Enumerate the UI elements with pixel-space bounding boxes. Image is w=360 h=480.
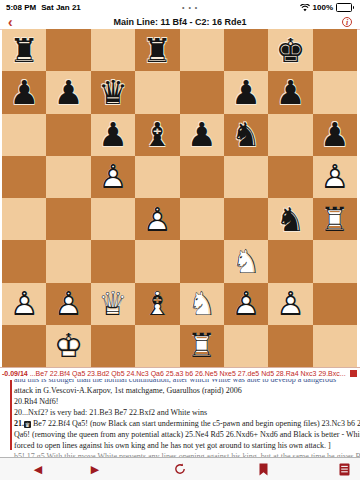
- bottom-toolbar: ◀ ▶: [0, 457, 360, 480]
- square-d8[interactable]: ♜: [135, 29, 179, 71]
- previous-triangle-icon: ◀: [34, 464, 42, 475]
- square-g3[interactable]: [268, 240, 312, 282]
- annotations-button[interactable]: [332, 458, 356, 480]
- annotations-list-icon: [339, 463, 350, 476]
- analysis-line: 20...Nxf2? is very bad: 21.Be3 Be7 22.Bx…: [0, 407, 360, 418]
- square-h2[interactable]: [313, 283, 357, 325]
- square-b2[interactable]: ♟♙: [46, 283, 90, 325]
- square-g4[interactable]: ♞: [268, 198, 312, 240]
- square-c5[interactable]: ♟♙: [91, 156, 135, 198]
- black-pawn: ♟: [98, 118, 128, 151]
- square-g7[interactable]: ♟: [268, 71, 312, 113]
- square-f4[interactable]: [224, 198, 268, 240]
- square-h4[interactable]: ♜♖: [313, 198, 357, 240]
- white-pawn-fill: ♟: [54, 287, 84, 320]
- wifi-icon: [300, 4, 310, 12]
- black-pawn: ♟: [320, 118, 350, 151]
- chess-board: ♜♜♚♟♟♛♟♟♟♝♟♞♟♟♙♟♙♟♙♞♜♖♞♘♟♙♟♙♛♕♝♗♞♘♟♙♟♙♚♔…: [2, 29, 357, 367]
- black-knight: ♞: [276, 203, 306, 236]
- square-g5[interactable]: [268, 156, 312, 198]
- black-rook: ♜: [143, 34, 173, 67]
- square-c7[interactable]: ♛: [91, 71, 135, 113]
- square-d6[interactable]: ♝: [135, 114, 179, 156]
- square-c6[interactable]: ♟: [91, 114, 135, 156]
- multitask-dots-icon: • • •: [182, 4, 198, 11]
- battery-icon: [336, 3, 354, 12]
- square-f6[interactable]: ♞: [224, 114, 268, 156]
- square-e8[interactable]: [180, 29, 224, 71]
- white-pawn-fill: ♟: [320, 160, 350, 193]
- black-king: ♚: [276, 34, 306, 67]
- engine-eval-line[interactable]: -0.09/14 ...Be7 22.Bf4 Qa5 23.Bd2 Qb5 24…: [0, 367, 360, 379]
- square-h1[interactable]: [313, 325, 357, 367]
- square-f7[interactable]: ♟: [224, 71, 268, 113]
- black-queen: ♛: [98, 76, 128, 109]
- analysis-line: 20.Rh4 Ndf6!: [0, 396, 360, 407]
- square-f8[interactable]: [224, 29, 268, 71]
- analysis-line: forced to open lines against his own kin…: [0, 440, 360, 451]
- white-pawn: ♙: [98, 160, 128, 193]
- square-b6[interactable]: [46, 114, 90, 156]
- square-a2[interactable]: ♟♙: [2, 283, 46, 325]
- white-pawn: ♙: [231, 287, 261, 320]
- white-king-fill: ♚: [54, 329, 84, 362]
- analysis-text-panel: and this is stronger than the normal con…: [0, 379, 360, 458]
- square-h6[interactable]: ♟: [313, 114, 357, 156]
- square-c3[interactable]: [91, 240, 135, 282]
- white-pawn-fill: ♟: [276, 287, 306, 320]
- navigation-bar: ‹ Main Line: 11 Bf4 - C2: 16 Rde1 i: [0, 15, 360, 30]
- square-a6[interactable]: [2, 114, 46, 156]
- square-h8[interactable]: [313, 29, 357, 71]
- white-pawn-fill: ♟: [9, 287, 39, 320]
- square-g6[interactable]: [268, 114, 312, 156]
- white-knight: ♘: [187, 287, 217, 320]
- white-rook-fill: ♜: [187, 329, 217, 362]
- square-c8[interactable]: [91, 29, 135, 71]
- square-a4[interactable]: [2, 198, 46, 240]
- square-b8[interactable]: [46, 29, 90, 71]
- square-d4[interactable]: ♟♙: [135, 198, 179, 240]
- status-bar: 5:08 PM Sat Jan 21 • • • 100%: [0, 0, 360, 15]
- square-c1[interactable]: [91, 325, 135, 367]
- page-title: Main Line: 11 Bf4 - C2: 16 Rde1: [113, 17, 246, 27]
- square-e4[interactable]: [180, 198, 224, 240]
- square-d7[interactable]: [135, 71, 179, 113]
- square-e2[interactable]: ♞♘: [180, 283, 224, 325]
- white-pawn: ♙: [9, 287, 39, 320]
- black-pawn: ♟: [276, 76, 306, 109]
- square-d3[interactable]: [135, 240, 179, 282]
- white-king: ♔: [54, 329, 84, 362]
- square-e3[interactable]: [180, 240, 224, 282]
- info-button[interactable]: i: [342, 17, 352, 27]
- date: Sat Jan 21: [41, 3, 81, 12]
- square-e7[interactable]: [180, 71, 224, 113]
- white-pawn: ♙: [320, 160, 350, 193]
- bookmark-button[interactable]: [251, 458, 275, 480]
- square-d5[interactable]: [135, 156, 179, 198]
- square-f5[interactable]: [224, 156, 268, 198]
- white-pawn: ♙: [143, 203, 173, 236]
- square-c2[interactable]: ♛♕: [91, 283, 135, 325]
- square-f1[interactable]: [224, 325, 268, 367]
- square-h7[interactable]: [313, 71, 357, 113]
- square-a5[interactable]: [2, 156, 46, 198]
- square-g8[interactable]: ♚: [268, 29, 312, 71]
- white-pawn: ♙: [276, 287, 306, 320]
- square-d1[interactable]: [135, 325, 179, 367]
- previous-move-button[interactable]: ◀: [26, 458, 50, 480]
- refresh-button[interactable]: [168, 458, 192, 480]
- black-rook: ♜: [9, 34, 39, 67]
- square-b3[interactable]: [46, 240, 90, 282]
- white-rook: ♖: [187, 329, 217, 362]
- black-bishop: ♝: [143, 118, 173, 151]
- engine-variation: ...Be7 22.Bf4 Qa5 23.Bd2 Qb5 24.Nc3 Qa6 …: [28, 370, 346, 377]
- square-a1[interactable]: [2, 325, 46, 367]
- analysis-line: and this is stronger than the normal con…: [0, 379, 360, 385]
- square-b5[interactable]: [46, 156, 90, 198]
- back-button[interactable]: ‹: [8, 15, 13, 29]
- white-pawn-fill: ♟: [231, 287, 261, 320]
- white-knight-fill: ♞: [231, 245, 261, 278]
- square-h5[interactable]: ♟♙: [313, 156, 357, 198]
- white-pawn-fill: ♟: [98, 160, 128, 193]
- battery-percent: 100%: [313, 3, 333, 12]
- inline-figurine-icon: ♛: [24, 421, 31, 428]
- refresh-icon: [174, 463, 186, 475]
- square-b4[interactable]: [46, 198, 90, 240]
- next-triangle-icon: ▶: [91, 464, 99, 475]
- white-queen-fill: ♛: [98, 287, 128, 320]
- square-c4[interactable]: [91, 198, 135, 240]
- white-pawn-fill: ♟: [143, 203, 173, 236]
- bookmark-icon: [259, 463, 268, 476]
- square-b1[interactable]: ♚♔: [46, 325, 90, 367]
- square-h3[interactable]: [313, 240, 357, 282]
- black-pawn: ♟: [9, 76, 39, 109]
- analysis-line: Qa6! (removing the queen from any potent…: [0, 429, 360, 440]
- square-a3[interactable]: [2, 240, 46, 282]
- white-bishop: ♗: [143, 287, 173, 320]
- analysis-line: attack in G.Vescovi-A.Karpov, 1st matchg…: [0, 385, 360, 396]
- square-d2[interactable]: ♝♗: [135, 283, 179, 325]
- clock-time: 5:08 PM: [6, 3, 36, 12]
- square-f3[interactable]: ♞♘: [224, 240, 268, 282]
- white-rook-fill: ♜: [320, 203, 350, 236]
- white-bishop-fill: ♝: [143, 287, 173, 320]
- white-pawn: ♙: [54, 287, 84, 320]
- next-move-button[interactable]: ▶: [83, 458, 107, 480]
- white-knight: ♘: [231, 245, 261, 278]
- black-pawn: ♟: [54, 76, 84, 109]
- analysis-line: 21.♛ Be7 22.Bf4 Qa5! (now Black can star…: [0, 418, 360, 429]
- square-e6[interactable]: ♟: [180, 114, 224, 156]
- square-e1[interactable]: ♜♖: [180, 325, 224, 367]
- square-e5[interactable]: [180, 156, 224, 198]
- black-pawn: ♟: [231, 76, 261, 109]
- square-a7[interactable]: ♟: [2, 71, 46, 113]
- white-queen: ♕: [98, 287, 128, 320]
- engine-score: -0.09/14: [2, 370, 28, 377]
- black-knight: ♞: [231, 118, 261, 151]
- engine-stop-button[interactable]: [350, 370, 357, 377]
- square-g1[interactable]: [268, 325, 312, 367]
- white-knight-fill: ♞: [187, 287, 217, 320]
- square-f2[interactable]: ♟♙: [224, 283, 268, 325]
- white-rook: ♖: [320, 203, 350, 236]
- annotation-bracket-bar: [10, 380, 12, 450]
- square-g2[interactable]: ♟♙: [268, 283, 312, 325]
- black-pawn: ♟: [187, 118, 217, 151]
- square-a8[interactable]: ♜: [2, 29, 46, 71]
- square-b7[interactable]: ♟: [46, 71, 90, 113]
